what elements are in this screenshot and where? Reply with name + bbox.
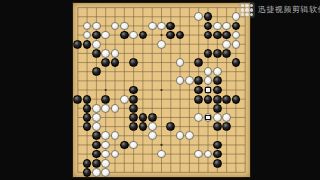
black-stone [92,31,101,40]
white-stone [157,22,166,31]
last-move-marker [205,115,211,121]
white-stone [111,49,120,58]
black-stone [194,58,203,67]
black-stone [92,131,101,140]
black-stone [222,122,231,131]
black-stone [129,122,138,131]
go-board[interactable] [72,2,251,178]
white-stone [101,49,110,58]
black-stone [222,95,231,104]
white-stone [111,104,120,113]
black-stone [92,141,101,150]
black-stone [139,113,148,122]
black-stone [129,95,138,104]
black-stone [213,86,222,95]
black-stone [83,104,92,113]
watermark: 迅捷视频剪辑软件 [239,2,320,18]
white-stone [92,113,101,122]
watermark-text: 迅捷视频剪辑软件 [258,2,320,18]
white-stone [222,22,231,31]
black-stone [129,58,138,67]
white-stone [120,95,129,104]
black-stone [73,40,82,49]
white-stone [148,122,157,131]
black-stone [129,113,138,122]
white-stone [148,131,157,140]
white-stone [120,22,129,31]
white-stone [92,104,101,113]
black-stone [213,49,222,58]
black-stone [213,31,222,40]
black-stone [92,159,101,168]
black-stone [92,67,101,76]
black-stone [92,49,101,58]
white-stone [92,40,101,49]
black-stone [101,95,110,104]
black-stone [232,95,241,104]
black-stone [213,122,222,131]
black-stone [73,95,82,104]
watermark-logo-icon [239,2,255,18]
black-stone [222,49,231,58]
video-frame-background: 迅捷视频剪辑软件 [0,0,320,180]
white-stone [194,113,203,122]
black-stone [83,159,92,168]
black-stone [83,95,92,104]
black-stone [129,104,138,113]
white-stone [213,67,222,76]
white-stone [222,40,231,49]
white-stone [92,22,101,31]
black-stone [204,95,213,104]
black-stone [213,104,222,113]
white-stone [185,131,194,140]
white-stone [185,76,194,85]
black-stone [120,31,129,40]
black-stone [204,49,213,58]
white-stone [213,113,222,122]
white-stone [101,159,110,168]
white-stone [232,40,241,49]
black-stone [101,58,110,67]
black-stone [213,95,222,104]
white-stone [157,40,166,49]
white-stone [101,168,110,177]
black-stone [213,76,222,85]
black-stone [213,150,222,159]
white-stone [148,22,157,31]
white-stone [92,122,101,131]
black-stone [148,113,157,122]
last-move-marker [205,87,211,93]
white-stone [101,104,110,113]
black-stone [83,40,92,49]
black-stone [120,141,129,150]
black-stone [232,58,241,67]
white-stone [92,168,101,177]
white-stone [222,113,231,122]
black-stone [213,159,222,168]
white-stone [213,22,222,31]
black-stone [194,95,203,104]
black-stone [213,141,222,150]
